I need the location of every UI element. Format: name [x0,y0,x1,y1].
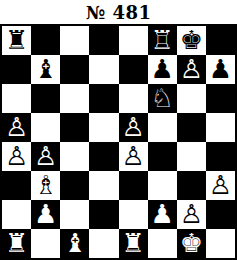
piece-white-pawn: ♙ [180,201,203,227]
square-f5 [148,113,177,142]
square-c2 [60,200,89,229]
piece-white-pawn: ♟ [34,201,57,227]
square-e4: ♙ [119,142,148,171]
square-d8 [89,26,118,55]
square-b7: ♝ [31,55,60,84]
square-h2 [206,200,235,229]
square-e3 [119,171,148,200]
square-e6 [119,84,148,113]
piece-black-rook: ♖ [151,27,174,53]
square-h6 [206,84,235,113]
square-h1 [206,229,235,258]
square-b1 [31,229,60,258]
piece-white-rook: ♜ [121,230,144,256]
square-h4 [206,142,235,171]
piece-black-knight: ♘ [151,85,174,111]
chess-board: ♜♖♚♝♟♙♟♘♙♙♙♙♙♗♙♟♟♙♜♝♜♚ [0,24,237,260]
square-g5 [177,113,206,142]
square-b8 [31,26,60,55]
square-d6 [89,84,118,113]
square-a3 [2,171,31,200]
piece-black-king: ♚ [180,27,203,53]
square-b2: ♟ [31,200,60,229]
square-b6 [31,84,60,113]
piece-white-pawn: ♟ [151,201,174,227]
piece-white-bishop: ♝ [63,230,86,256]
square-g3 [177,171,206,200]
square-a1: ♜ [2,229,31,258]
piece-white-rook: ♜ [5,230,28,256]
square-e1: ♜ [119,229,148,258]
piece-white-pawn: ♙ [5,143,28,169]
square-c8 [60,26,89,55]
square-f8: ♖ [148,26,177,55]
square-a6 [2,84,31,113]
square-d7 [89,55,118,84]
square-b5 [31,113,60,142]
square-h7: ♟ [206,55,235,84]
square-d1 [89,229,118,258]
square-h5 [206,113,235,142]
square-f6: ♘ [148,84,177,113]
square-d2 [89,200,118,229]
square-h3: ♙ [206,171,235,200]
square-c6 [60,84,89,113]
square-a7 [2,55,31,84]
square-e8 [119,26,148,55]
piece-black-pawn: ♙ [5,114,28,140]
square-c4 [60,142,89,171]
square-f7: ♟ [148,55,177,84]
square-f1 [148,229,177,258]
square-g7: ♙ [177,55,206,84]
piece-white-king: ♚ [180,230,203,256]
square-d3 [89,171,118,200]
square-d5 [89,113,118,142]
piece-black-rook: ♜ [5,27,28,53]
square-f2: ♟ [148,200,177,229]
piece-white-pawn: ♙ [209,172,232,198]
square-d4 [89,142,118,171]
square-c1: ♝ [60,229,89,258]
square-c5 [60,113,89,142]
square-a5: ♙ [2,113,31,142]
square-g6 [177,84,206,113]
piece-black-pawn: ♙ [34,143,57,169]
square-a2 [2,200,31,229]
square-f3 [148,171,177,200]
piece-black-pawn: ♟ [209,56,232,82]
square-c3 [60,171,89,200]
piece-black-pawn: ♟ [151,56,174,82]
square-e2 [119,200,148,229]
square-g8: ♚ [177,26,206,55]
piece-black-pawn: ♙ [121,114,144,140]
square-b3: ♗ [31,171,60,200]
square-b4: ♙ [31,142,60,171]
piece-black-pawn: ♙ [180,56,203,82]
puzzle-number: № 481 [0,0,237,24]
square-e5: ♙ [119,113,148,142]
square-g2: ♙ [177,200,206,229]
piece-white-pawn: ♙ [121,143,144,169]
square-c7 [60,55,89,84]
square-e7 [119,55,148,84]
square-h8 [206,26,235,55]
square-a4: ♙ [2,142,31,171]
puzzle-diagram: № 481 ♜♖♚♝♟♙♟♘♙♙♙♙♙♗♙♟♟♙♜♝♜♚ [0,0,237,260]
square-g4 [177,142,206,171]
square-a8: ♜ [2,26,31,55]
piece-white-bishop: ♗ [34,172,57,198]
piece-black-bishop: ♝ [34,56,57,82]
square-g1: ♚ [177,229,206,258]
square-f4 [148,142,177,171]
